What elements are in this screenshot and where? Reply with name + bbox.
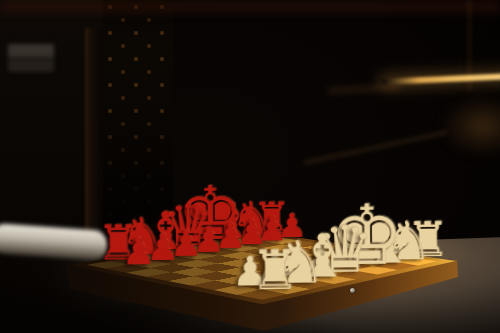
wall-light-patch (8, 44, 54, 72)
ceiling-shadow-band (0, 0, 500, 13)
square-a1[interactable]: ♜ (238, 290, 288, 300)
background-table-edge (304, 131, 446, 164)
clasp-pin-icon (350, 288, 355, 293)
photo-scene: ♜♞♝♛♚♝♞♜♟♟♟♟♟♟♟♟♟♟♟♟♟♟♟♟♜♞♝♛♚♝♞♜ Low-ang… (0, 0, 500, 333)
cream-rook[interactable]: ♜ (229, 242, 321, 298)
lamp-glow (438, 94, 500, 158)
pillar (85, 28, 102, 244)
light-streak-tail (328, 85, 400, 93)
red-pawn[interactable]: ♟ (97, 233, 179, 271)
light-streak (382, 73, 500, 85)
